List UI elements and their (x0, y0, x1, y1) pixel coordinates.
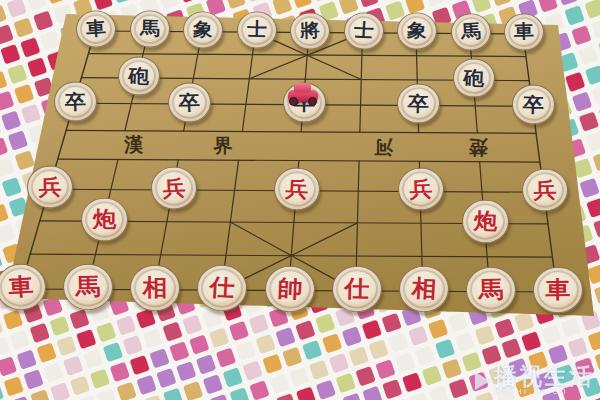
river-label: 界 (212, 134, 232, 156)
watermark-title: 播视生活 (494, 365, 594, 388)
play-icon (475, 372, 490, 390)
watermark-texts: 播视生活 BOSHI.NE.CO (494, 365, 594, 396)
watermark: 播视生活 BOSHI.NE.CO (475, 365, 594, 396)
photo-stage: 漢界河楚 車馬象士將士象馬車砲砲卒卒卒卒卒兵兵兵兵兵炮炮車馬相仕帥仕相馬車 播视… (0, 0, 600, 400)
watermark-subtext: BOSHI.NE.CO (494, 389, 568, 396)
river-label: 楚 (468, 137, 489, 159)
xiangqi-board: 漢界河楚 (0, 0, 600, 400)
river-label: 河 (374, 137, 394, 159)
board-cloth (6, 14, 594, 316)
river-label: 漢 (123, 133, 144, 155)
